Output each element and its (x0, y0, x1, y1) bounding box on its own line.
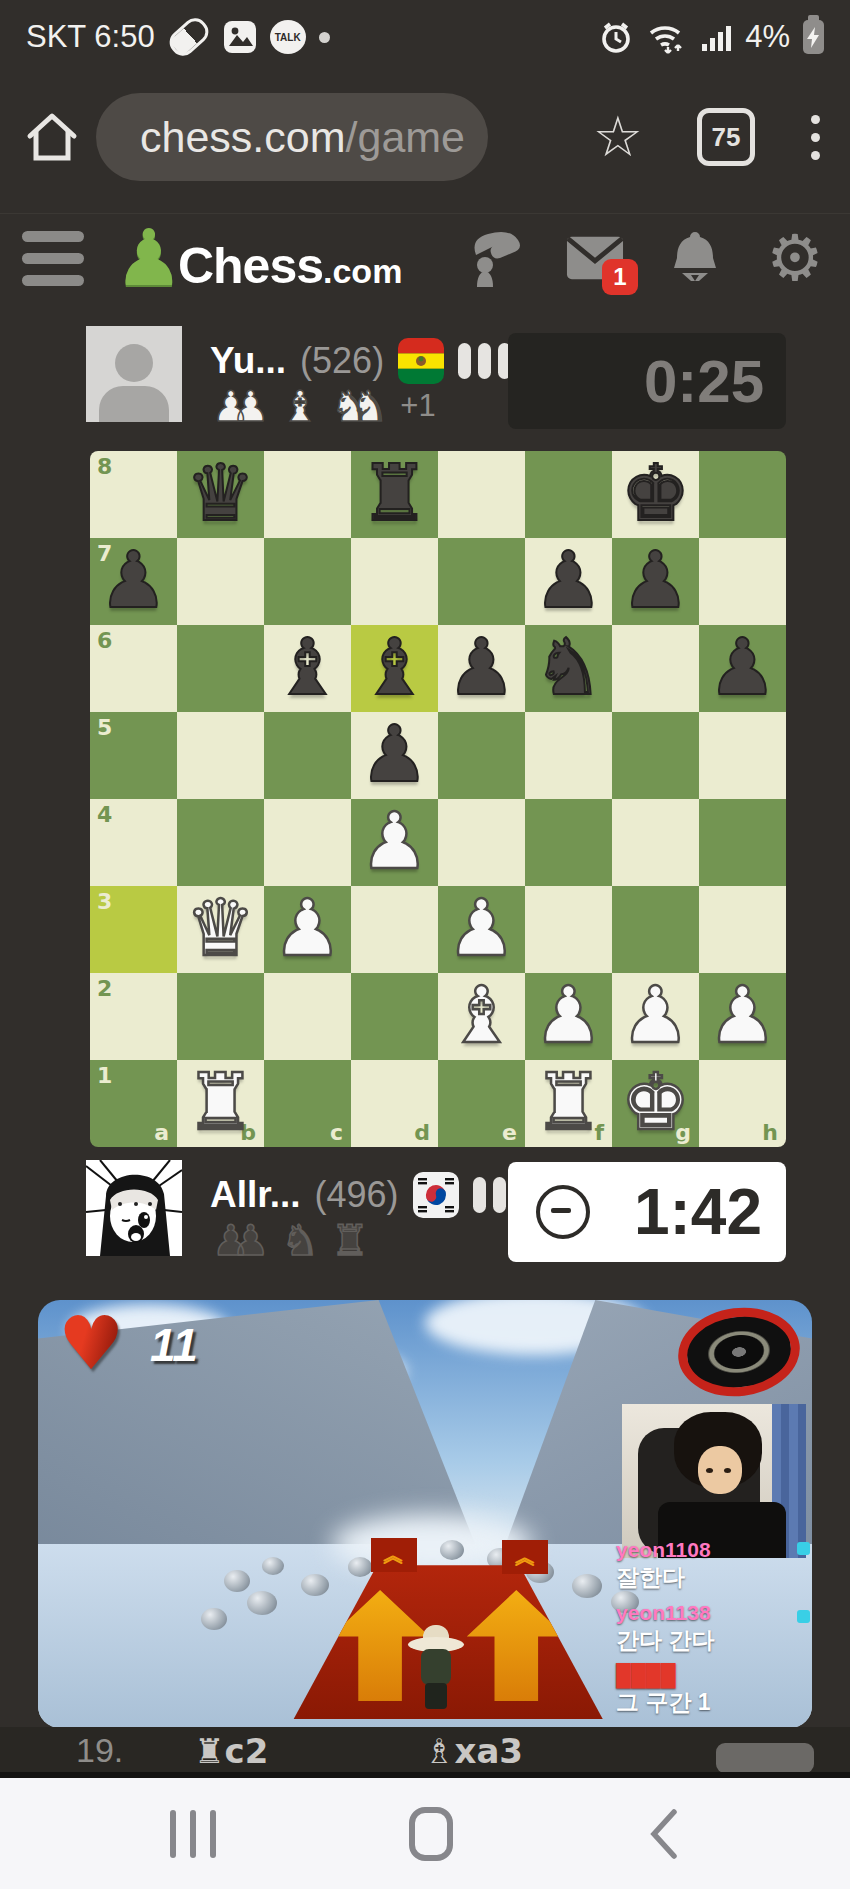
square-g5[interactable] (612, 712, 699, 799)
rank-label: 4 (97, 802, 112, 827)
captured-black-pieces: ♟♟ (212, 1220, 269, 1262)
square-e3[interactable]: ♟ (438, 886, 525, 973)
black-rook-d8[interactable]: ♜ (360, 454, 430, 532)
browser-menu-icon[interactable] (811, 115, 820, 160)
carrier-time: SKT 6:50 (26, 19, 155, 55)
chat-username: yeon1138 (616, 1601, 806, 1625)
square-h7[interactable] (699, 538, 786, 625)
square-b7[interactable] (177, 538, 264, 625)
square-b1[interactable]: b♜ (177, 1060, 264, 1147)
manga-avatar-image (86, 1160, 182, 1256)
square-h8[interactable] (699, 451, 786, 538)
square-f8[interactable] (525, 451, 612, 538)
android-nav-bar (0, 1778, 850, 1889)
square-e6[interactable]: ♟ (438, 625, 525, 712)
tab-counter[interactable]: 75 (697, 108, 755, 166)
ramp-marker: ︽ (502, 1540, 548, 1574)
square-c5[interactable] (264, 712, 351, 799)
square-a1[interactable]: 1a (90, 1060, 177, 1147)
black-pawn-g7[interactable]: ♟ (621, 541, 691, 619)
battery-percent: 4% (745, 19, 790, 55)
square-c8[interactable] (264, 451, 351, 538)
file-label: a (154, 1120, 169, 1145)
black-knight-f6[interactable]: ♞ (534, 628, 604, 706)
recents-icon[interactable] (170, 1810, 216, 1858)
south-korea-flag-icon (413, 1172, 459, 1218)
black-pawn-a7[interactable]: ♟ (99, 541, 169, 619)
white-pawn-h2[interactable]: ♟ (708, 976, 778, 1054)
minus-circle-icon (536, 1185, 590, 1239)
status-bar: SKT 6:50 TALK (0, 0, 850, 74)
default-avatar-icon (115, 344, 153, 382)
eraser-icon (164, 13, 213, 60)
square-g1[interactable]: g♚ (612, 1060, 699, 1147)
square-b5[interactable] (177, 712, 264, 799)
square-f3[interactable] (525, 886, 612, 973)
square-g6[interactable] (612, 625, 699, 712)
black-bishop-d6[interactable]: ♝ (360, 628, 430, 706)
heart-icon: ♥ (58, 1306, 124, 1380)
rank-label: 8 (97, 454, 112, 479)
square-g8[interactable]: ♚ (612, 451, 699, 538)
square-e4[interactable] (438, 799, 525, 886)
square-a4[interactable]: 4 (90, 799, 177, 886)
url-bar[interactable]: chess.com/game (96, 93, 488, 181)
white-rook-b1[interactable]: ♜ (186, 1063, 256, 1141)
avatar-player[interactable] (86, 1160, 182, 1256)
player-clock: 1:42 (508, 1162, 786, 1262)
site-header: ♟ Chess .com 1 (0, 213, 850, 302)
rock (301, 1574, 329, 1596)
black-pawn-h6[interactable]: ♟ (708, 628, 778, 706)
material-advantage: +1 (400, 388, 435, 424)
square-e8[interactable] (438, 451, 525, 538)
square-h3[interactable] (699, 886, 786, 973)
square-d2[interactable] (351, 973, 438, 1060)
play-hand-pawn-icon[interactable] (466, 229, 524, 287)
square-d6[interactable]: ♝ (351, 625, 438, 712)
square-f6[interactable]: ♞ (525, 625, 612, 712)
chesscom-logo[interactable]: ♟ Chess .com (114, 225, 402, 291)
square-f7[interactable]: ♟ (525, 538, 612, 625)
square-e1[interactable]: e (438, 1060, 525, 1147)
square-h5[interactable] (699, 712, 786, 799)
square-f1[interactable]: f♜ (525, 1060, 612, 1147)
white-rook-f1[interactable]: ♜ (534, 1063, 604, 1141)
captured-white-pieces: ♟♟ (212, 386, 269, 428)
square-d1[interactable]: d (351, 1060, 438, 1147)
square-c2[interactable] (264, 973, 351, 1060)
square-c3[interactable]: ♟ (264, 886, 351, 973)
white-pawn-g2[interactable]: ♟ (621, 976, 691, 1054)
square-a5[interactable]: 5 (90, 712, 177, 799)
message-badge: 1 (602, 259, 638, 295)
white-bishop-e2[interactable]: ♝ (447, 976, 517, 1054)
rank-label: 6 (97, 628, 112, 653)
logo-text: Chess (178, 241, 323, 291)
square-h6[interactable]: ♟ (699, 625, 786, 712)
square-d8[interactable]: ♜ (351, 451, 438, 538)
url-text[interactable]: chess.com/game (140, 113, 465, 162)
square-c1[interactable]: c (264, 1060, 351, 1147)
rock (247, 1591, 277, 1615)
ramp-marker: ︽ (371, 1538, 417, 1572)
black-king-g8[interactable]: ♚ (621, 454, 691, 532)
rank-label: 1 (97, 1063, 112, 1088)
signal-icon (700, 20, 734, 54)
chat-username: yeon1108 (616, 1538, 806, 1562)
browser-toolbar: chess.com/game ☆ 75 (0, 84, 850, 190)
home-nav-icon[interactable] (409, 1807, 453, 1861)
avatar-opponent[interactable] (86, 326, 182, 422)
square-h1[interactable]: h (699, 1060, 786, 1147)
square-f4[interactable] (525, 799, 612, 886)
square-d7[interactable] (351, 538, 438, 625)
rock (572, 1574, 602, 1598)
chat-message: 잘한다 (616, 1564, 806, 1590)
alerts-bell-icon[interactable] (666, 229, 724, 287)
square-b3[interactable]: ♛ (177, 886, 264, 973)
hamburger-menu-icon[interactable] (16, 225, 90, 292)
chat-badge-icon (797, 1542, 810, 1555)
rank-label: 2 (97, 976, 112, 1001)
game-character (406, 1621, 466, 1721)
rock (224, 1570, 250, 1592)
opponent-rating: (526) (300, 340, 384, 382)
file-label: c (330, 1120, 343, 1145)
square-g2[interactable]: ♟ (612, 973, 699, 1060)
gallery-icon (223, 20, 257, 54)
webcam-overlay (622, 1404, 806, 1558)
square-c7[interactable] (264, 538, 351, 625)
file-label: h (762, 1120, 778, 1145)
chat-username: ████ (616, 1663, 806, 1687)
square-e7[interactable] (438, 538, 525, 625)
captured-black-pieces: ♜ (331, 1220, 369, 1262)
opponent-clock: 0:25 (508, 333, 786, 429)
square-d5[interactable]: ♟ (351, 712, 438, 799)
square-a8[interactable]: 8 (90, 451, 177, 538)
white-queen-b3[interactable]: ♛ (186, 889, 256, 967)
wifi-icon (645, 19, 689, 55)
rock (348, 1557, 372, 1577)
square-b2[interactable] (177, 973, 264, 1060)
square-g4[interactable] (612, 799, 699, 886)
chess-board[interactable]: 8♛♜♚7♟♟♟6♝♝♟♞♟5♟4♟3♛♟♟2♝♟♟♟1ab♜cdef♜g♚h (90, 451, 786, 1147)
square-d3[interactable] (351, 886, 438, 973)
opponent-name[interactable]: Yu... (210, 340, 286, 382)
square-f2[interactable]: ♟ (525, 973, 612, 1060)
rock (440, 1540, 464, 1560)
player-rating: (496) (314, 1174, 398, 1216)
settings-gear-icon[interactable]: ⚙ (766, 229, 824, 287)
chat-message: 그 구간 1 (616, 1689, 806, 1715)
square-d4[interactable]: ♟ (351, 799, 438, 886)
file-label: e (502, 1120, 517, 1145)
square-g7[interactable]: ♟ (612, 538, 699, 625)
white-king-g1[interactable]: ♚ (621, 1063, 691, 1141)
captured-pieces-top: ♟♟♝♞♞+1 (212, 386, 436, 428)
file-label: d (414, 1120, 430, 1145)
lives-count: 11 (150, 1318, 198, 1372)
logo-pawn-icon: ♟ (114, 225, 184, 291)
battery-charging-icon (803, 20, 824, 54)
screen: SKT 6:50 TALK (0, 0, 850, 1889)
square-b8[interactable]: ♛ (177, 451, 264, 538)
square-e2[interactable]: ♝ (438, 973, 525, 1060)
white-pawn-c3[interactable]: ♟ (273, 889, 343, 967)
square-c4[interactable] (264, 799, 351, 886)
square-g3[interactable] (612, 886, 699, 973)
square-c6[interactable]: ♝ (264, 625, 351, 712)
white-pawn-d4[interactable]: ♟ (360, 802, 430, 880)
bolivia-flag-icon (398, 338, 444, 384)
white-pawn-e3[interactable]: ♟ (447, 889, 517, 967)
square-e5[interactable] (438, 712, 525, 799)
square-h4[interactable] (699, 799, 786, 886)
captured-pieces-bottom: ♟♟♞♜ (212, 1220, 369, 1262)
square-a7[interactable]: 7♟ (90, 538, 177, 625)
opponent-info: Yu... (526) (210, 338, 531, 384)
black-pawn-d5[interactable]: ♟ (360, 715, 430, 793)
alarm-icon (598, 19, 634, 55)
player-name[interactable]: Allr... (210, 1174, 300, 1216)
square-a6[interactable]: 6 (90, 625, 177, 712)
black-move[interactable]: ♗xa3 (424, 1731, 523, 1771)
streamer-face (698, 1446, 742, 1494)
square-a2[interactable]: 2 (90, 973, 177, 1060)
move-number: 19. (76, 1731, 123, 1770)
captured-white-pieces: ♞♞ (331, 386, 388, 428)
stream-chat: yeon1108잘한다yeon1138간다 간다████그 구간 1 (616, 1538, 806, 1726)
notification-dot-icon (319, 32, 330, 43)
captured-black-pieces: ♞ (281, 1220, 319, 1262)
messages-icon[interactable]: 1 (566, 229, 624, 287)
kakaotalk-icon: TALK (270, 20, 306, 54)
black-pawn-f7[interactable]: ♟ (534, 541, 604, 619)
square-a3[interactable]: 3 (90, 886, 177, 973)
rank-label: 3 (97, 889, 112, 914)
move-list: 19. ♜c2 ♗xa3 (0, 1727, 850, 1772)
square-f5[interactable] (525, 712, 612, 799)
white-pawn-f2[interactable]: ♟ (534, 976, 604, 1054)
rank-label: 5 (97, 715, 112, 740)
square-h2[interactable]: ♟ (699, 973, 786, 1060)
chat-badge-icon (797, 1610, 810, 1623)
stream-video[interactable]: ︽ ︽ ♥ 11 yeon1108잘한다yeon1138간다 간다████그 구… (38, 1300, 812, 1728)
square-b6[interactable] (177, 625, 264, 712)
scrollbar-thumb[interactable] (716, 1743, 814, 1772)
chat-message: 간다 간다 (616, 1627, 806, 1653)
bookmark-star-icon[interactable]: ☆ (593, 109, 643, 165)
rock (201, 1608, 227, 1630)
back-icon[interactable] (646, 1806, 680, 1862)
captured-white-pieces: ♝ (281, 386, 319, 428)
white-move[interactable]: ♜c2 (194, 1731, 268, 1771)
black-pawn-e6[interactable]: ♟ (447, 628, 517, 706)
home-icon[interactable] (24, 110, 80, 164)
black-queen-b8[interactable]: ♛ (186, 454, 256, 532)
black-bishop-c6[interactable]: ♝ (273, 628, 343, 706)
square-b4[interactable] (177, 799, 264, 886)
